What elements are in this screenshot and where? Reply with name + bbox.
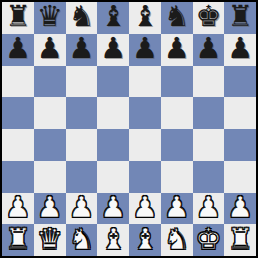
- piece-black-rook[interactable]: ♜: [227, 2, 253, 31]
- square-a6[interactable]: [2, 66, 34, 98]
- square-e7[interactable]: ♟: [129, 34, 161, 66]
- piece-black-queen[interactable]: ♛: [37, 2, 63, 31]
- piece-white-rook[interactable]: ♜: [227, 225, 253, 254]
- piece-black-pawn[interactable]: ♟: [37, 34, 63, 63]
- piece-black-king[interactable]: ♚: [195, 2, 221, 31]
- piece-white-pawn[interactable]: ♟: [100, 193, 126, 222]
- square-e2[interactable]: ♟: [129, 193, 161, 225]
- square-h5[interactable]: [224, 97, 256, 129]
- square-b1[interactable]: ♛: [34, 224, 66, 256]
- square-g5[interactable]: [193, 97, 225, 129]
- piece-black-pawn[interactable]: ♟: [164, 34, 190, 63]
- square-g7[interactable]: ♟: [193, 34, 225, 66]
- square-e4[interactable]: [129, 129, 161, 161]
- square-f1[interactable]: ♞: [161, 224, 193, 256]
- square-f7[interactable]: ♟: [161, 34, 193, 66]
- square-h4[interactable]: [224, 129, 256, 161]
- piece-white-knight[interactable]: ♞: [164, 225, 190, 254]
- square-c2[interactable]: ♟: [66, 193, 98, 225]
- square-g4[interactable]: [193, 129, 225, 161]
- piece-black-pawn[interactable]: ♟: [100, 34, 126, 63]
- piece-white-pawn[interactable]: ♟: [37, 193, 63, 222]
- square-g2[interactable]: ♟: [193, 193, 225, 225]
- square-a2[interactable]: ♟: [2, 193, 34, 225]
- piece-black-knight[interactable]: ♞: [164, 2, 190, 31]
- square-c8[interactable]: ♞: [66, 2, 98, 34]
- square-h7[interactable]: ♟: [224, 34, 256, 66]
- square-f6[interactable]: [161, 66, 193, 98]
- square-f4[interactable]: [161, 129, 193, 161]
- piece-white-bishop[interactable]: ♝: [100, 225, 126, 254]
- square-b2[interactable]: ♟: [34, 193, 66, 225]
- square-d7[interactable]: ♟: [97, 34, 129, 66]
- square-f5[interactable]: [161, 97, 193, 129]
- piece-black-knight[interactable]: ♞: [68, 2, 94, 31]
- piece-black-bishop[interactable]: ♝: [100, 2, 126, 31]
- chess-board: ♜♛♞♝♝♞♚♜♟♟♟♟♟♟♟♟♟♟♟♟♟♟♟♟♜♛♞♝♝♞♚♜: [0, 0, 258, 258]
- piece-black-pawn[interactable]: ♟: [195, 34, 221, 63]
- square-g8[interactable]: ♚: [193, 2, 225, 34]
- square-d2[interactable]: ♟: [97, 193, 129, 225]
- square-g1[interactable]: ♚: [193, 224, 225, 256]
- piece-white-pawn[interactable]: ♟: [132, 193, 158, 222]
- square-f2[interactable]: ♟: [161, 193, 193, 225]
- piece-white-knight[interactable]: ♞: [68, 225, 94, 254]
- square-d8[interactable]: ♝: [97, 2, 129, 34]
- square-b5[interactable]: [34, 97, 66, 129]
- square-f3[interactable]: [161, 161, 193, 193]
- chess-board-window: ♜♛♞♝♝♞♚♜♟♟♟♟♟♟♟♟♟♟♟♟♟♟♟♟♜♛♞♝♝♞♚♜: [0, 0, 258, 258]
- piece-black-pawn[interactable]: ♟: [68, 34, 94, 63]
- piece-white-pawn[interactable]: ♟: [195, 193, 221, 222]
- square-a3[interactable]: [2, 161, 34, 193]
- square-e5[interactable]: [129, 97, 161, 129]
- piece-white-pawn[interactable]: ♟: [68, 193, 94, 222]
- square-h2[interactable]: ♟: [224, 193, 256, 225]
- square-b4[interactable]: [34, 129, 66, 161]
- square-b7[interactable]: ♟: [34, 34, 66, 66]
- square-a4[interactable]: [2, 129, 34, 161]
- square-b6[interactable]: [34, 66, 66, 98]
- piece-white-pawn[interactable]: ♟: [164, 193, 190, 222]
- square-c1[interactable]: ♞: [66, 224, 98, 256]
- square-b3[interactable]: [34, 161, 66, 193]
- square-d1[interactable]: ♝: [97, 224, 129, 256]
- square-b8[interactable]: ♛: [34, 2, 66, 34]
- square-h1[interactable]: ♜: [224, 224, 256, 256]
- piece-white-pawn[interactable]: ♟: [227, 193, 253, 222]
- piece-black-rook[interactable]: ♜: [5, 2, 31, 31]
- square-a7[interactable]: ♟: [2, 34, 34, 66]
- piece-white-rook[interactable]: ♜: [5, 225, 31, 254]
- square-e1[interactable]: ♝: [129, 224, 161, 256]
- square-a5[interactable]: [2, 97, 34, 129]
- square-c7[interactable]: ♟: [66, 34, 98, 66]
- square-e6[interactable]: [129, 66, 161, 98]
- square-d5[interactable]: [97, 97, 129, 129]
- piece-white-pawn[interactable]: ♟: [5, 193, 31, 222]
- square-g3[interactable]: [193, 161, 225, 193]
- square-c5[interactable]: [66, 97, 98, 129]
- piece-white-king[interactable]: ♚: [195, 225, 221, 254]
- square-h8[interactable]: ♜: [224, 2, 256, 34]
- square-d4[interactable]: [97, 129, 129, 161]
- piece-white-bishop[interactable]: ♝: [132, 225, 158, 254]
- piece-black-pawn[interactable]: ♟: [227, 34, 253, 63]
- piece-black-bishop[interactable]: ♝: [132, 2, 158, 31]
- square-e3[interactable]: [129, 161, 161, 193]
- square-c4[interactable]: [66, 129, 98, 161]
- square-d6[interactable]: [97, 66, 129, 98]
- square-h3[interactable]: [224, 161, 256, 193]
- square-e8[interactable]: ♝: [129, 2, 161, 34]
- piece-black-pawn[interactable]: ♟: [132, 34, 158, 63]
- piece-black-pawn[interactable]: ♟: [5, 34, 31, 63]
- square-f8[interactable]: ♞: [161, 2, 193, 34]
- square-a8[interactable]: ♜: [2, 2, 34, 34]
- square-g6[interactable]: [193, 66, 225, 98]
- piece-white-queen[interactable]: ♛: [37, 225, 63, 254]
- square-h6[interactable]: [224, 66, 256, 98]
- square-c6[interactable]: [66, 66, 98, 98]
- square-a1[interactable]: ♜: [2, 224, 34, 256]
- square-d3[interactable]: [97, 161, 129, 193]
- square-c3[interactable]: [66, 161, 98, 193]
